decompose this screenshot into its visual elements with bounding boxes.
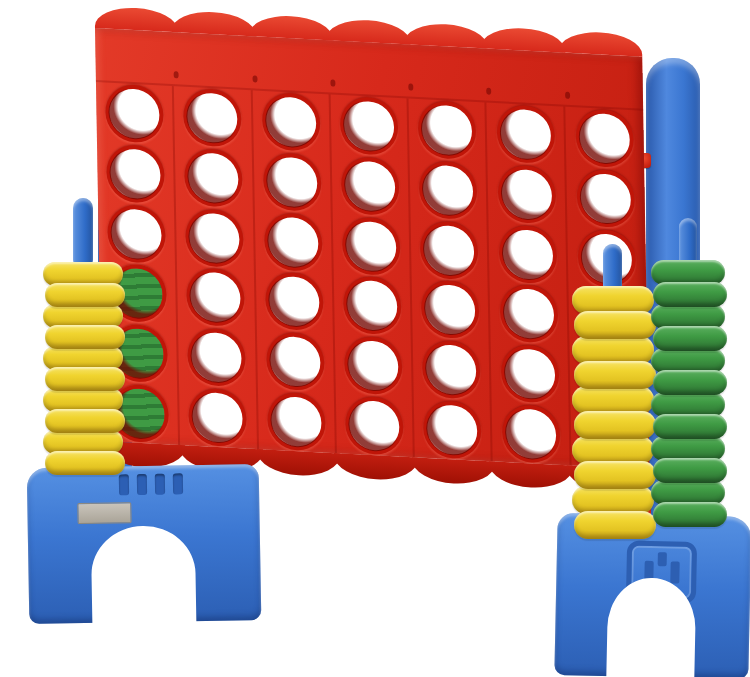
board-cell-c6-r2[interactable] xyxy=(488,162,567,226)
green-disc[interactable] xyxy=(653,282,727,307)
leg-arch-cutout xyxy=(90,525,196,624)
empty-hole xyxy=(497,164,556,224)
empty-hole xyxy=(188,387,247,447)
board-cell-c6-r4[interactable] xyxy=(490,282,569,346)
board-cell-c6-r6[interactable] xyxy=(492,402,571,466)
board-cell-c3-r6[interactable] xyxy=(258,389,337,453)
board-cell-c4-r2[interactable] xyxy=(332,154,411,218)
board-cell-c4-r6[interactable] xyxy=(336,393,415,457)
connect-four-board xyxy=(95,28,649,470)
right-front-disc-stack xyxy=(572,286,654,539)
empty-hole xyxy=(500,344,559,404)
empty-hole xyxy=(418,100,477,160)
board-cell-c1-r1[interactable] xyxy=(96,82,175,146)
empty-hole xyxy=(499,284,558,344)
board-cell-c6-r3[interactable] xyxy=(489,222,568,286)
board-cell-c1-r2[interactable] xyxy=(97,142,176,206)
yellow-disc[interactable] xyxy=(572,286,654,314)
empty-hole xyxy=(575,109,634,169)
yellow-disc[interactable] xyxy=(45,451,125,475)
yellow-disc[interactable] xyxy=(572,386,654,414)
yellow-disc[interactable] xyxy=(574,511,656,539)
empty-hole xyxy=(420,220,479,280)
board-cell-c5-r5[interactable] xyxy=(413,338,492,402)
board-scallop xyxy=(257,449,341,477)
yellow-disc[interactable] xyxy=(572,486,654,514)
empty-hole xyxy=(344,335,403,395)
board-cell-c4-r5[interactable] xyxy=(335,334,414,398)
board-cell-c6-r5[interactable] xyxy=(491,342,570,406)
green-disc[interactable] xyxy=(653,370,727,395)
empty-hole xyxy=(106,144,165,204)
board-scallop xyxy=(411,457,495,485)
board-cell-c2-r3[interactable] xyxy=(176,206,255,270)
empty-hole xyxy=(423,399,482,459)
board-cell-c1-r3[interactable] xyxy=(98,202,177,266)
empty-hole xyxy=(107,204,166,264)
empty-hole xyxy=(265,272,324,332)
empty-hole xyxy=(341,156,400,216)
board-cell-c3-r1[interactable] xyxy=(252,90,331,154)
board-scallop xyxy=(489,461,573,489)
empty-hole xyxy=(183,88,242,148)
right-rear-disc-stack xyxy=(651,260,725,527)
empty-hole xyxy=(187,327,246,387)
empty-hole xyxy=(501,403,560,463)
board-cell-c4-r4[interactable] xyxy=(334,274,413,338)
left-disc-stack xyxy=(43,262,123,475)
empty-hole xyxy=(266,331,325,391)
mold-dot xyxy=(330,79,335,86)
board-grid xyxy=(96,82,650,469)
empty-hole xyxy=(186,267,245,327)
board-cell-c2-r6[interactable] xyxy=(179,385,258,449)
yellow-disc[interactable] xyxy=(45,409,125,433)
board-cell-c3-r3[interactable] xyxy=(254,210,333,274)
yellow-disc[interactable] xyxy=(574,461,656,489)
empty-hole xyxy=(261,92,320,152)
empty-hole xyxy=(262,152,321,212)
left-leg xyxy=(27,464,262,624)
empty-hole xyxy=(498,224,557,284)
empty-hole xyxy=(419,160,478,220)
product-photo-stage xyxy=(0,0,750,677)
board-cell-c3-r4[interactable] xyxy=(255,270,334,334)
empty-hole xyxy=(345,395,404,455)
board-cell-c5-r1[interactable] xyxy=(409,99,488,163)
board-cell-c5-r6[interactable] xyxy=(414,398,493,462)
yellow-disc[interactable] xyxy=(574,361,656,389)
board-cell-c5-r3[interactable] xyxy=(411,218,490,282)
board-cell-c2-r2[interactable] xyxy=(175,146,254,210)
empty-hole xyxy=(342,216,401,276)
empty-hole xyxy=(576,168,635,228)
empty-hole xyxy=(340,96,399,156)
empty-hole xyxy=(184,148,243,208)
board-cell-c2-r5[interactable] xyxy=(178,325,257,389)
mold-dot xyxy=(252,75,257,82)
empty-hole xyxy=(496,104,555,164)
board-cell-c2-r4[interactable] xyxy=(177,266,256,330)
yellow-disc[interactable] xyxy=(45,367,125,391)
leg-vent-slats xyxy=(119,473,183,495)
board-cell-c7-r2[interactable] xyxy=(566,166,645,230)
empty-hole xyxy=(264,212,323,272)
green-disc[interactable] xyxy=(653,458,727,483)
empty-hole xyxy=(105,84,164,144)
board-cell-c3-r2[interactable] xyxy=(253,150,332,214)
label-sticker xyxy=(77,502,131,524)
empty-hole xyxy=(185,208,244,268)
board-cell-c4-r1[interactable] xyxy=(330,94,409,158)
left-disc-pole xyxy=(73,198,93,270)
empty-hole xyxy=(421,280,480,340)
board-cell-c3-r5[interactable] xyxy=(256,330,335,394)
green-disc[interactable] xyxy=(653,414,727,439)
board-scallop xyxy=(334,453,418,481)
board-cell-c7-r1[interactable] xyxy=(565,107,644,171)
board-cell-c2-r1[interactable] xyxy=(174,86,253,150)
empty-hole xyxy=(343,276,402,336)
board-cell-c4-r3[interactable] xyxy=(333,214,412,278)
board-cell-c5-r2[interactable] xyxy=(410,158,489,222)
empty-hole xyxy=(267,391,326,451)
yellow-disc[interactable] xyxy=(45,283,125,307)
yellow-disc[interactable] xyxy=(45,325,125,349)
empty-hole xyxy=(422,340,481,400)
mold-dot xyxy=(565,92,570,99)
mold-dot xyxy=(174,71,179,78)
board-cell-c6-r1[interactable] xyxy=(487,103,566,167)
yellow-disc[interactable] xyxy=(574,311,656,339)
board-cell-c5-r4[interactable] xyxy=(412,278,491,342)
mold-dot xyxy=(408,83,413,90)
yellow-disc[interactable] xyxy=(574,411,656,439)
yellow-disc[interactable] xyxy=(572,336,654,364)
leg-arch-cutout xyxy=(607,577,696,677)
green-disc[interactable] xyxy=(653,326,727,351)
green-disc[interactable] xyxy=(653,502,727,527)
yellow-disc[interactable] xyxy=(572,436,654,464)
mold-dot xyxy=(487,88,492,95)
